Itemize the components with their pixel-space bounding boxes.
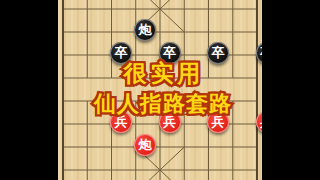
caption-line-1: 很实用 [58, 58, 266, 89]
letterbox-left [0, 0, 58, 180]
caption-line-2: 仙人指路套路 [58, 89, 265, 119]
letterbox-right [262, 0, 320, 180]
video-frame: 炮炮卒卒卒卒卒兵兵兵兵兵炮炮 很实用 仙人指路套路 [0, 0, 320, 180]
piece-red-炮[interactable]: 炮 [134, 134, 156, 156]
piece-black-炮[interactable]: 炮 [134, 19, 156, 41]
